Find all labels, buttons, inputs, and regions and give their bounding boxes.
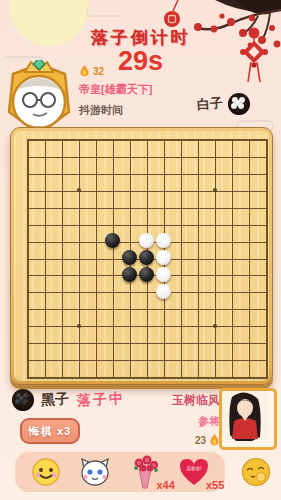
- emote-bar: x44 喜欢你! x55: [15, 452, 225, 492]
- gomoku-board[interactable]: [10, 127, 273, 385]
- white-stone: [156, 233, 171, 248]
- black-stone: [122, 267, 137, 282]
- white-stone: [156, 267, 171, 282]
- placing-status-label: 落子中: [77, 390, 126, 410]
- white-stone: [139, 233, 154, 248]
- moon-face-emote-button[interactable]: [241, 457, 271, 487]
- heart-count: x55: [206, 479, 224, 491]
- bottom-player-info: 玉树临风 参将 23: [172, 392, 220, 446]
- star-point: [213, 188, 217, 192]
- bird-icon: [215, 0, 281, 12]
- flame-icon: [79, 65, 90, 77]
- black-side-label: 黑子: [41, 390, 70, 409]
- gomoku-app: 落子倒计时 29s 32 帝皇[雄霸天下] 抖游时间 白子: [0, 0, 281, 500]
- top-player-subtitle: 抖游时间: [79, 103, 209, 118]
- bottom-player-avatar[interactable]: [219, 388, 277, 450]
- bottom-player-score: 23: [195, 435, 206, 446]
- white-side-label: 白子: [196, 94, 223, 114]
- bottom-player-name: 玉树临风: [172, 392, 220, 409]
- white-stone-bowl-icon: [228, 93, 250, 115]
- black-stone: [105, 233, 120, 248]
- heart-emote-button[interactable]: 喜欢你! x55: [178, 456, 210, 488]
- undo-button[interactable]: 悔棋 x3: [20, 418, 80, 444]
- top-player-info: 32 帝皇[雄霸天下] 抖游时间: [79, 65, 209, 118]
- top-player-name: 帝皇[雄霸天下]: [79, 82, 209, 97]
- turn-status: 黑子 落子中: [41, 391, 125, 409]
- bottom-player-rank: 参将: [172, 414, 220, 429]
- board-wood: [14, 131, 269, 381]
- white-stone: [156, 284, 171, 299]
- flower-count: x44: [156, 479, 174, 491]
- star-point: [77, 324, 81, 328]
- cloud-decoration: [86, 6, 122, 17]
- top-player-score: 32: [93, 66, 104, 77]
- black-stone: [139, 250, 154, 265]
- star-point: [213, 324, 217, 328]
- cat-emote-button[interactable]: [79, 456, 111, 488]
- black-stone: [122, 250, 137, 265]
- smiley-emote-button[interactable]: [30, 456, 62, 488]
- white-side-indicator: 白子: [197, 93, 250, 115]
- black-stone: [139, 267, 154, 282]
- board-intersections[interactable]: [19, 131, 274, 385]
- star-point: [77, 188, 81, 192]
- white-stone: [156, 250, 171, 265]
- black-side-indicator: [12, 389, 34, 411]
- black-stone-bowl-icon: [12, 389, 34, 411]
- heart-text: 喜欢你!: [187, 465, 202, 472]
- flower-bouquet-emote-button[interactable]: x44: [129, 456, 161, 488]
- lantern-icon: [164, 11, 180, 27]
